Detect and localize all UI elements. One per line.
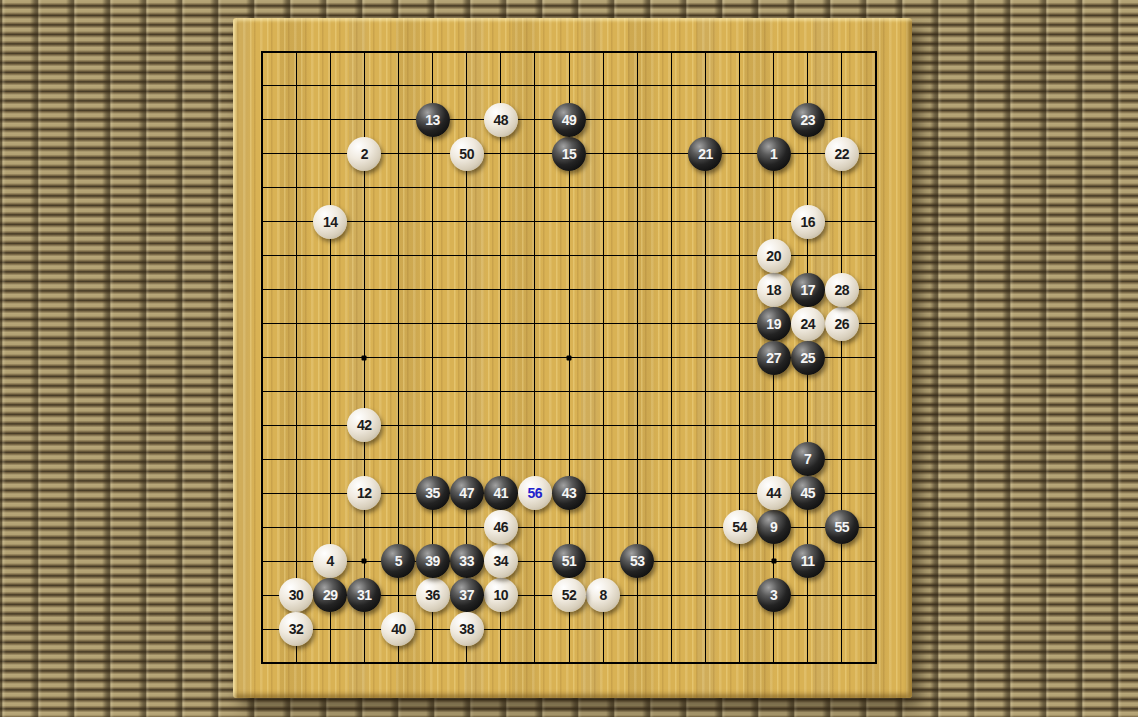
stone-number: 14: [323, 215, 338, 229]
stone-number: 21: [698, 147, 713, 161]
stone-white-52: 52: [552, 578, 586, 612]
stone-black-31: 31: [347, 578, 381, 612]
stone-number: 16: [800, 215, 815, 229]
stone-number: 3: [770, 588, 777, 602]
stone-number: 46: [493, 520, 508, 534]
stone-white-40: 40: [381, 612, 415, 646]
stone-number: 10: [493, 588, 508, 602]
stone-black-23: 23: [791, 103, 825, 137]
stone-white-38: 38: [450, 612, 484, 646]
stone-number: 31: [357, 588, 372, 602]
stone-white-34: 34: [484, 544, 518, 578]
stone-number: 39: [425, 554, 440, 568]
stone-number: 19: [766, 317, 781, 331]
stone-number: 5: [395, 554, 402, 568]
stone-white-56: 56: [518, 476, 552, 510]
stone-number: 13: [425, 113, 440, 127]
stone-black-21: 21: [688, 137, 722, 171]
stone-black-25: 25: [791, 341, 825, 375]
stone-black-27: 27: [757, 341, 791, 375]
stone-number: 7: [804, 452, 811, 466]
stone-black-53: 53: [620, 544, 654, 578]
stone-black-5: 5: [381, 544, 415, 578]
stone-white-48: 48: [484, 103, 518, 137]
stone-white-36: 36: [416, 578, 450, 612]
stone-black-11: 11: [791, 544, 825, 578]
stone-number: 8: [599, 588, 606, 602]
stone-black-1: 1: [757, 137, 791, 171]
grid-line-horizontal: [262, 459, 876, 460]
stone-black-33: 33: [450, 544, 484, 578]
stone-number: 41: [493, 486, 508, 500]
stone-black-15: 15: [552, 137, 586, 171]
grid-line-vertical: [739, 52, 740, 663]
stone-white-20: 20: [757, 239, 791, 273]
stone-number: 37: [459, 588, 474, 602]
stone-number: 40: [391, 622, 406, 636]
stone-number: 50: [459, 147, 474, 161]
stone-white-10: 10: [484, 578, 518, 612]
star-point: [362, 559, 367, 564]
stone-number: 2: [361, 147, 368, 161]
grid-line-vertical: [603, 52, 604, 663]
stone-number: 20: [766, 249, 781, 263]
stone-black-37: 37: [450, 578, 484, 612]
stone-white-32: 32: [279, 612, 313, 646]
stone-number: 48: [493, 113, 508, 127]
stone-number: 53: [630, 554, 645, 568]
stone-black-51: 51: [552, 544, 586, 578]
stone-white-30: 30: [279, 578, 313, 612]
stone-white-14: 14: [313, 205, 347, 239]
stone-white-22: 22: [825, 137, 859, 171]
stone-white-46: 46: [484, 510, 518, 544]
stone-number: 18: [766, 283, 781, 297]
screenshot-root: { "game": "go", "app": {"description": "…: [0, 0, 1138, 717]
star-point: [771, 559, 776, 564]
stone-number: 33: [459, 554, 474, 568]
stone-number: 15: [562, 147, 577, 161]
stone-black-49: 49: [552, 103, 586, 137]
stone-white-50: 50: [450, 137, 484, 171]
grid-line-horizontal: [262, 663, 876, 664]
stone-white-18: 18: [757, 273, 791, 307]
stone-black-43: 43: [552, 476, 586, 510]
stone-number: 54: [732, 520, 747, 534]
stone-black-55: 55: [825, 510, 859, 544]
stone-white-2: 2: [347, 137, 381, 171]
grid-line-horizontal: [262, 629, 876, 630]
go-board: 1234578910111213141516171819202122232425…: [233, 18, 912, 698]
stone-white-54: 54: [723, 510, 757, 544]
stone-number: 29: [323, 588, 338, 602]
stone-number: 36: [425, 588, 440, 602]
stone-number: 12: [357, 486, 372, 500]
stone-black-9: 9: [757, 510, 791, 544]
stone-white-4: 4: [313, 544, 347, 578]
stone-number: 56: [528, 486, 543, 500]
stone-number: 49: [562, 113, 577, 127]
stone-number: 4: [327, 554, 334, 568]
stone-number: 26: [835, 317, 850, 331]
stone-number: 25: [800, 351, 815, 365]
grid-line-vertical: [671, 52, 672, 663]
stone-black-35: 35: [416, 476, 450, 510]
stone-white-26: 26: [825, 307, 859, 341]
stone-black-39: 39: [416, 544, 450, 578]
tatami-background: 1234578910111213141516171819202122232425…: [0, 0, 1138, 717]
stone-black-47: 47: [450, 476, 484, 510]
stone-black-29: 29: [313, 578, 347, 612]
stone-black-7: 7: [791, 442, 825, 476]
stone-number: 38: [459, 622, 474, 636]
stone-white-24: 24: [791, 307, 825, 341]
stone-number: 47: [459, 486, 474, 500]
stone-number: 22: [835, 147, 850, 161]
stone-number: 51: [562, 554, 577, 568]
stone-black-13: 13: [416, 103, 450, 137]
stone-black-41: 41: [484, 476, 518, 510]
stone-number: 30: [289, 588, 304, 602]
grid-line-vertical: [876, 52, 877, 663]
star-point: [567, 355, 572, 360]
stone-number: 11: [801, 554, 815, 568]
stone-number: 27: [766, 351, 781, 365]
stone-white-16: 16: [791, 205, 825, 239]
stone-number: 23: [800, 113, 815, 127]
stone-black-3: 3: [757, 578, 791, 612]
stone-number: 45: [800, 486, 815, 500]
stone-number: 43: [562, 486, 577, 500]
grid-line-horizontal: [262, 391, 876, 392]
stone-number: 35: [425, 486, 440, 500]
stone-white-28: 28: [825, 273, 859, 307]
stone-number: 42: [357, 418, 372, 432]
star-point: [362, 355, 367, 360]
stone-number: 24: [800, 317, 815, 331]
stone-number: 34: [493, 554, 508, 568]
stone-number: 1: [770, 147, 777, 161]
stone-white-42: 42: [347, 408, 381, 442]
stone-white-12: 12: [347, 476, 381, 510]
stone-white-44: 44: [757, 476, 791, 510]
stone-number: 52: [562, 588, 577, 602]
stone-black-45: 45: [791, 476, 825, 510]
stone-number: 44: [766, 486, 781, 500]
stone-white-8: 8: [586, 578, 620, 612]
stone-black-19: 19: [757, 307, 791, 341]
stone-number: 17: [800, 283, 815, 297]
stone-number: 28: [835, 283, 850, 297]
board-grid[interactable]: 1234578910111213141516171819202122232425…: [262, 52, 876, 663]
stone-black-17: 17: [791, 273, 825, 307]
stone-number: 9: [770, 520, 777, 534]
stone-number: 55: [835, 520, 850, 534]
stone-number: 32: [289, 622, 304, 636]
